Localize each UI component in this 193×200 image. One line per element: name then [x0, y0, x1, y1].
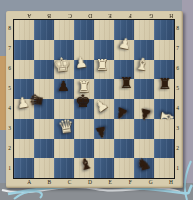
rank-label-4: 4	[6, 99, 13, 119]
square-c2[interactable]	[54, 139, 74, 159]
file-label-a: A	[19, 179, 39, 186]
rank-label-right-5: 5	[174, 79, 181, 99]
square-h2[interactable]	[154, 139, 174, 159]
chess-board: ABCDEFGH ABCDEFGH 87654321 87654321 ♚♛♜♜…	[6, 11, 183, 188]
square-a6[interactable]	[14, 60, 34, 80]
piece-black-king-d4[interactable]: ♚	[75, 91, 90, 111]
file-label-c: C	[60, 179, 80, 186]
file-label-top-e: E	[100, 12, 120, 19]
file-labels-bottom: ABCDEFGH	[19, 179, 181, 186]
square-e8[interactable]	[94, 20, 114, 40]
rank-label-7: 7	[6, 39, 13, 59]
rank-labels-right: 87654321	[174, 19, 181, 179]
square-a7[interactable]	[14, 40, 34, 60]
square-a2[interactable]	[14, 139, 34, 159]
square-b2[interactable]	[34, 139, 54, 159]
square-g8[interactable]	[134, 20, 154, 40]
rank-label-right-6: 6	[174, 59, 181, 79]
square-b7[interactable]	[34, 40, 54, 60]
rank-label-3: 3	[6, 119, 13, 139]
piece-white-bishop-g6[interactable]: ♝	[133, 54, 150, 75]
square-c8[interactable]	[54, 20, 74, 40]
piece-white-queen-c3[interactable]: ♛	[56, 115, 75, 138]
square-a8[interactable]	[14, 20, 34, 40]
file-label-e: E	[100, 179, 120, 186]
file-labels-top: ABCDEFGH	[19, 12, 181, 19]
file-label-top-d: D	[80, 12, 100, 19]
file-label-top-c: C	[60, 12, 80, 19]
piece-black-pawn-e3[interactable]: ♟	[94, 123, 109, 141]
file-label-top-b: B	[39, 12, 59, 19]
piece-black-rook-h5[interactable]: ♜	[158, 75, 171, 93]
file-label-b: B	[39, 179, 59, 186]
square-h7[interactable]	[154, 40, 174, 60]
square-f1[interactable]	[114, 158, 134, 178]
square-a1[interactable]	[14, 158, 34, 178]
square-g5[interactable]	[134, 79, 154, 99]
square-c1[interactable]	[54, 158, 74, 178]
square-e1[interactable]	[94, 158, 114, 178]
rank-label-8: 8	[6, 19, 13, 39]
rank-label-right-8: 8	[174, 19, 181, 39]
square-e5[interactable]	[94, 79, 114, 99]
rank-label-right-1: 1	[174, 159, 181, 179]
rank-label-5: 5	[6, 79, 13, 99]
file-label-top-a: A	[19, 12, 39, 19]
square-f2[interactable]	[114, 139, 134, 159]
piece-white-pawn-d6[interactable]: ♟	[74, 54, 89, 72]
square-b1[interactable]	[34, 158, 54, 178]
square-d3[interactable]	[74, 119, 94, 139]
file-label-d: D	[80, 179, 100, 186]
rank-label-6: 6	[6, 59, 13, 79]
square-e2[interactable]	[94, 139, 114, 159]
rank-label-right-7: 7	[174, 39, 181, 59]
square-b3[interactable]	[34, 119, 54, 139]
file-label-top-f: F	[120, 12, 140, 19]
rank-label-right-2: 2	[174, 139, 181, 159]
rank-label-1: 1	[6, 159, 13, 179]
piece-white-bishop-fallen-h4[interactable]: ♝	[156, 108, 177, 125]
photo-scene: ABCDEFGH ABCDEFGH 87654321 87654321 ♚♛♜♜…	[0, 0, 193, 200]
file-label-top-g: G	[141, 12, 161, 19]
rank-labels-left: 87654321	[6, 19, 13, 179]
square-h1[interactable]	[154, 158, 174, 178]
square-d8[interactable]	[74, 20, 94, 40]
piece-black-rook-f5[interactable]: ♜	[120, 74, 133, 92]
square-h8[interactable]	[154, 20, 174, 40]
rank-label-2: 2	[6, 139, 13, 159]
file-label-f: F	[120, 179, 140, 186]
file-label-h: H	[161, 179, 181, 186]
square-b8[interactable]	[34, 20, 54, 40]
square-b6[interactable]	[34, 60, 54, 80]
file-label-g: G	[141, 179, 161, 186]
square-a3[interactable]	[14, 119, 34, 139]
file-label-top-h: H	[161, 12, 181, 19]
piece-white-rook-e6[interactable]: ♜	[95, 56, 108, 74]
piece-black-pawn-c5[interactable]: ♟	[57, 78, 70, 94]
piece-white-king-c6[interactable]: ♚	[52, 52, 71, 76]
